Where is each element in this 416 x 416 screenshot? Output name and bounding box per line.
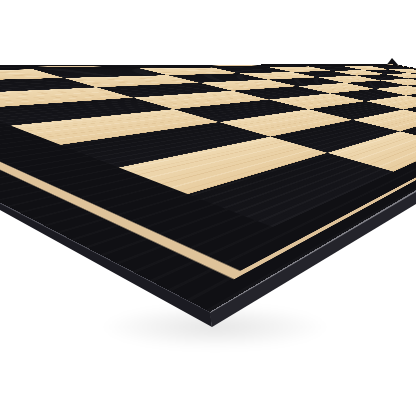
chessboard	[0, 64, 416, 312]
product-photo-stage	[0, 0, 416, 416]
